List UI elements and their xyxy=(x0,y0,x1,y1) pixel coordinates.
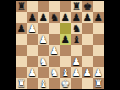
square-g1[interactable] xyxy=(82,78,93,89)
square-c5[interactable]: ♟ xyxy=(38,34,49,45)
piece-white-pawn[interactable]: ♟ xyxy=(82,67,93,78)
square-g5[interactable] xyxy=(82,34,93,45)
square-g7[interactable]: ♟ xyxy=(82,12,93,23)
square-d4[interactable]: ♟ xyxy=(49,45,60,56)
square-h8[interactable] xyxy=(93,1,104,12)
square-a1[interactable]: ♜ xyxy=(16,78,27,89)
square-f7[interactable]: ♟ xyxy=(71,12,82,23)
square-f8[interactable]: ♜ xyxy=(71,1,82,12)
square-a5[interactable] xyxy=(16,34,27,45)
square-b2[interactable]: ♟ xyxy=(27,67,38,78)
square-b3[interactable] xyxy=(27,56,38,67)
square-e4[interactable] xyxy=(60,45,71,56)
piece-black-rook[interactable]: ♜ xyxy=(71,1,82,12)
square-b5[interactable] xyxy=(27,34,38,45)
piece-black-pawn[interactable]: ♟ xyxy=(27,12,38,23)
square-d6[interactable] xyxy=(49,23,60,34)
piece-black-pawn[interactable]: ♟ xyxy=(38,12,49,23)
piece-black-pawn[interactable]: ♟ xyxy=(60,12,71,23)
piece-white-bishop[interactable]: ♝ xyxy=(38,78,49,89)
piece-black-pawn[interactable]: ♟ xyxy=(16,23,27,34)
piece-white-pawn[interactable]: ♟ xyxy=(38,34,49,45)
piece-black-rook[interactable]: ♜ xyxy=(16,1,27,12)
square-h5[interactable] xyxy=(93,34,104,45)
square-e8[interactable] xyxy=(60,1,71,12)
square-h6[interactable] xyxy=(93,23,104,34)
chess-app-canvas: ♜♜♚♟♟♞♟♟♟♟♟♟♞♟♟♝♟♞♟♟♞♝♟♟♟♜♝♚♜ xyxy=(0,0,120,90)
square-g8[interactable]: ♚ xyxy=(82,1,93,12)
piece-black-king[interactable]: ♚ xyxy=(82,1,93,12)
square-c8[interactable] xyxy=(38,1,49,12)
square-d7[interactable]: ♞ xyxy=(49,12,60,23)
square-h4[interactable] xyxy=(93,45,104,56)
square-a3[interactable] xyxy=(16,56,27,67)
piece-white-bishop[interactable]: ♝ xyxy=(60,67,71,78)
piece-black-pawn[interactable]: ♟ xyxy=(82,12,93,23)
piece-black-pawn[interactable]: ♟ xyxy=(93,12,104,23)
square-b7[interactable]: ♟ xyxy=(27,12,38,23)
square-h3[interactable] xyxy=(93,56,104,67)
square-b4[interactable] xyxy=(27,45,38,56)
piece-black-pawn[interactable]: ♟ xyxy=(71,12,82,23)
piece-black-knight[interactable]: ♞ xyxy=(71,23,82,34)
square-d1[interactable] xyxy=(49,78,60,89)
square-f3[interactable]: ♟ xyxy=(71,56,82,67)
piece-white-pawn[interactable]: ♟ xyxy=(27,67,38,78)
square-h7[interactable]: ♟ xyxy=(93,12,104,23)
square-e5[interactable]: ♟ xyxy=(60,34,71,45)
square-d2[interactable]: ♞ xyxy=(49,67,60,78)
piece-black-bishop[interactable]: ♝ xyxy=(71,34,82,45)
piece-black-pawn[interactable]: ♟ xyxy=(60,34,71,45)
square-c6[interactable] xyxy=(38,23,49,34)
piece-white-pawn[interactable]: ♟ xyxy=(71,56,82,67)
square-e2[interactable]: ♝ xyxy=(60,67,71,78)
square-h1[interactable]: ♜ xyxy=(93,78,104,89)
square-a6[interactable]: ♟ xyxy=(16,23,27,34)
square-d8[interactable] xyxy=(49,1,60,12)
square-a2[interactable] xyxy=(16,67,27,78)
piece-white-pawn[interactable]: ♟ xyxy=(27,23,38,34)
square-g6[interactable] xyxy=(82,23,93,34)
piece-white-knight[interactable]: ♞ xyxy=(38,56,49,67)
piece-white-pawn[interactable]: ♟ xyxy=(71,67,82,78)
square-f4[interactable] xyxy=(71,45,82,56)
square-a7[interactable] xyxy=(16,12,27,23)
square-g3[interactable] xyxy=(82,56,93,67)
piece-black-knight[interactable]: ♞ xyxy=(49,12,60,23)
square-h2[interactable]: ♟ xyxy=(93,67,104,78)
square-c2[interactable] xyxy=(38,67,49,78)
square-f6[interactable]: ♞ xyxy=(71,23,82,34)
square-f5[interactable]: ♝ xyxy=(71,34,82,45)
square-g4[interactable] xyxy=(82,45,93,56)
square-c3[interactable]: ♞ xyxy=(38,56,49,67)
square-e7[interactable]: ♟ xyxy=(60,12,71,23)
square-b1[interactable] xyxy=(27,78,38,89)
square-a4[interactable] xyxy=(16,45,27,56)
square-c7[interactable]: ♟ xyxy=(38,12,49,23)
square-e3[interactable] xyxy=(60,56,71,67)
piece-white-pawn[interactable]: ♟ xyxy=(49,45,60,56)
square-b8[interactable] xyxy=(27,1,38,12)
square-a8[interactable]: ♜ xyxy=(16,1,27,12)
square-d3[interactable] xyxy=(49,56,60,67)
square-d5[interactable] xyxy=(49,34,60,45)
square-f2[interactable]: ♟ xyxy=(71,67,82,78)
chess-board[interactable]: ♜♜♚♟♟♞♟♟♟♟♟♟♞♟♟♝♟♞♟♟♞♝♟♟♟♜♝♚♜ xyxy=(16,1,104,89)
square-e1[interactable]: ♚ xyxy=(60,78,71,89)
square-e6[interactable] xyxy=(60,23,71,34)
piece-white-pawn[interactable]: ♟ xyxy=(93,67,104,78)
piece-white-rook[interactable]: ♜ xyxy=(93,78,104,89)
piece-white-knight[interactable]: ♞ xyxy=(49,67,60,78)
square-b6[interactable]: ♟ xyxy=(27,23,38,34)
square-f1[interactable] xyxy=(71,78,82,89)
square-c4[interactable] xyxy=(38,45,49,56)
square-c1[interactable]: ♝ xyxy=(38,78,49,89)
piece-white-king[interactable]: ♚ xyxy=(60,78,71,89)
square-g2[interactable]: ♟ xyxy=(82,67,93,78)
piece-white-rook[interactable]: ♜ xyxy=(16,78,27,89)
